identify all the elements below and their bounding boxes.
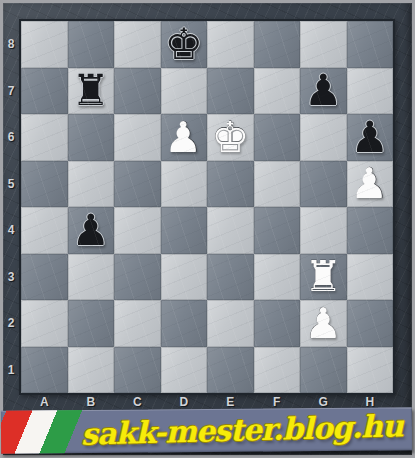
square-c8[interactable] xyxy=(114,21,161,68)
square-g8[interactable] xyxy=(300,21,347,68)
square-e6[interactable]: ♚♔ xyxy=(207,114,254,161)
square-g2[interactable]: ♟♙ xyxy=(300,300,347,347)
square-h3[interactable] xyxy=(347,254,394,301)
file-label-c: C xyxy=(114,394,161,410)
black-piece-glyph: ♟ xyxy=(350,116,389,159)
white-pawn-piece: ♟♙ xyxy=(347,161,394,208)
square-e7[interactable] xyxy=(207,68,254,115)
rank-label-3: 3 xyxy=(3,254,19,301)
square-b8[interactable] xyxy=(68,21,115,68)
square-a5[interactable] xyxy=(21,161,68,208)
file-label-a: A xyxy=(21,394,68,410)
chess-diagram: ♚♜♟♟♙♚♔♟♟♙♟♜♖♟♙ 87654321 ABCDEFGH sakk-m… xyxy=(0,0,415,458)
square-a6[interactable] xyxy=(21,114,68,161)
black-pawn-piece: ♟ xyxy=(300,68,347,115)
square-c6[interactable] xyxy=(114,114,161,161)
square-a2[interactable] xyxy=(21,300,68,347)
white-rook-piece: ♜♖ xyxy=(300,254,347,301)
rank-label-7: 7 xyxy=(3,68,19,115)
square-e1[interactable] xyxy=(207,347,254,394)
chess-board: ♚♜♟♟♙♚♔♟♟♙♟♜♖♟♙ xyxy=(19,19,395,395)
black-king-piece: ♚ xyxy=(161,21,208,68)
square-c3[interactable] xyxy=(114,254,161,301)
square-a8[interactable] xyxy=(21,21,68,68)
rank-label-2: 2 xyxy=(3,300,19,347)
square-h8[interactable] xyxy=(347,21,394,68)
square-f1[interactable] xyxy=(254,347,301,394)
black-piece-glyph: ♟ xyxy=(304,69,343,112)
square-d6[interactable]: ♟♙ xyxy=(161,114,208,161)
square-b7[interactable]: ♜ xyxy=(68,68,115,115)
black-piece-glyph: ♜ xyxy=(71,69,110,112)
square-f2[interactable] xyxy=(254,300,301,347)
white-piece-fill: ♟ xyxy=(304,302,342,344)
black-pawn-piece: ♟ xyxy=(68,207,115,254)
square-b4[interactable]: ♟ xyxy=(68,207,115,254)
footer-banner: sakk-mester.blog.hu xyxy=(1,407,412,454)
square-h4[interactable] xyxy=(347,207,394,254)
square-c2[interactable] xyxy=(114,300,161,347)
rank-label-5: 5 xyxy=(3,161,19,208)
square-e3[interactable] xyxy=(207,254,254,301)
square-a4[interactable] xyxy=(21,207,68,254)
square-h5[interactable]: ♟♙ xyxy=(347,161,394,208)
file-label-b: B xyxy=(68,394,115,410)
white-piece-fill: ♟ xyxy=(165,116,203,158)
square-g5[interactable] xyxy=(300,161,347,208)
white-king-piece: ♚♔ xyxy=(207,114,254,161)
square-c4[interactable] xyxy=(114,207,161,254)
square-d5[interactable] xyxy=(161,161,208,208)
square-f3[interactable] xyxy=(254,254,301,301)
square-d8[interactable]: ♚ xyxy=(161,21,208,68)
square-g7[interactable]: ♟ xyxy=(300,68,347,115)
square-f8[interactable] xyxy=(254,21,301,68)
square-b2[interactable] xyxy=(68,300,115,347)
square-h1[interactable] xyxy=(347,347,394,394)
square-d2[interactable] xyxy=(161,300,208,347)
square-d1[interactable] xyxy=(161,347,208,394)
square-d3[interactable] xyxy=(161,254,208,301)
square-f5[interactable] xyxy=(254,161,301,208)
square-d7[interactable] xyxy=(161,68,208,115)
square-b1[interactable] xyxy=(68,347,115,394)
white-piece-fill: ♚ xyxy=(211,116,249,158)
rank-coordinates: 87654321 xyxy=(3,21,19,393)
black-pawn-piece: ♟ xyxy=(347,114,394,161)
rank-label-1: 1 xyxy=(3,347,19,394)
square-c1[interactable] xyxy=(114,347,161,394)
square-a1[interactable] xyxy=(21,347,68,394)
square-f4[interactable] xyxy=(254,207,301,254)
rank-label-6: 6 xyxy=(3,114,19,161)
black-piece-glyph: ♚ xyxy=(164,23,203,66)
square-c5[interactable] xyxy=(114,161,161,208)
file-label-e: E xyxy=(207,394,254,410)
rank-label-4: 4 xyxy=(3,207,19,254)
square-a7[interactable] xyxy=(21,68,68,115)
file-label-d: D xyxy=(161,394,208,410)
square-a3[interactable] xyxy=(21,254,68,301)
rank-label-8: 8 xyxy=(3,21,19,68)
square-f7[interactable] xyxy=(254,68,301,115)
square-h2[interactable] xyxy=(347,300,394,347)
square-e4[interactable] xyxy=(207,207,254,254)
square-h7[interactable] xyxy=(347,68,394,115)
black-rook-piece: ♜ xyxy=(68,68,115,115)
white-piece-fill: ♜ xyxy=(304,256,342,298)
square-b3[interactable] xyxy=(68,254,115,301)
square-b5[interactable] xyxy=(68,161,115,208)
white-pawn-piece: ♟♙ xyxy=(161,114,208,161)
square-g6[interactable] xyxy=(300,114,347,161)
square-g3[interactable]: ♜♖ xyxy=(300,254,347,301)
square-b6[interactable] xyxy=(68,114,115,161)
square-g4[interactable] xyxy=(300,207,347,254)
white-pawn-piece: ♟♙ xyxy=(300,300,347,347)
square-d4[interactable] xyxy=(161,207,208,254)
square-e8[interactable] xyxy=(207,21,254,68)
square-f6[interactable] xyxy=(254,114,301,161)
square-g1[interactable] xyxy=(300,347,347,394)
square-h6[interactable]: ♟ xyxy=(347,114,394,161)
black-piece-glyph: ♟ xyxy=(71,209,110,252)
white-piece-fill: ♟ xyxy=(351,163,389,205)
square-e5[interactable] xyxy=(207,161,254,208)
square-c7[interactable] xyxy=(114,68,161,115)
square-e2[interactable] xyxy=(207,300,254,347)
